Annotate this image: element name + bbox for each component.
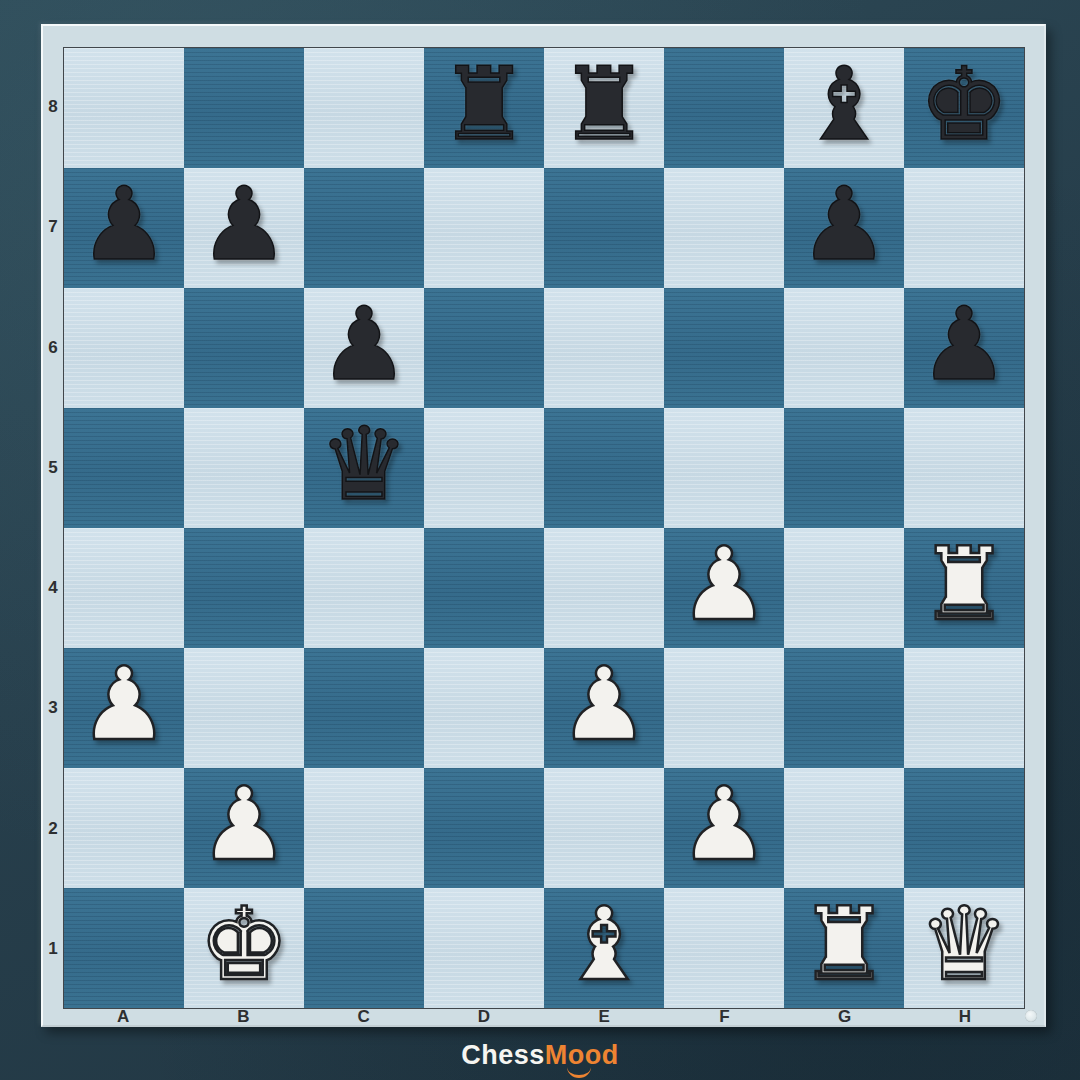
square-e7[interactable] (544, 168, 664, 288)
square-f7[interactable] (664, 168, 784, 288)
square-g8[interactable]: ♝ (784, 48, 904, 168)
white-bishop[interactable]: ♝ (559, 884, 650, 1004)
black-queen[interactable]: ♛ (319, 404, 410, 524)
square-e6[interactable] (544, 288, 664, 408)
square-h7[interactable] (904, 168, 1024, 288)
black-pawn[interactable]: ♟ (199, 164, 290, 284)
file-label-f: F (664, 1009, 784, 1025)
white-pawn[interactable]: ♟ (559, 644, 650, 764)
square-a3[interactable]: ♟ (64, 648, 184, 768)
square-c3[interactable] (304, 648, 424, 768)
file-label-g: G (785, 1009, 905, 1025)
white-rook[interactable]: ♜ (919, 524, 1010, 644)
logo-text-mood: Mood (545, 1040, 619, 1070)
rank-label-1: 1 (43, 889, 63, 1009)
square-f2[interactable]: ♟ (664, 768, 784, 888)
rank-label-3: 3 (43, 648, 63, 768)
logo-smile-icon (567, 1067, 591, 1078)
square-g1[interactable]: ♜ (784, 888, 904, 1008)
board-frame: ♜♜♝♚♟♟♟♟♟♛♟♜♟♟♟♟♚♝♜♛ 87654321 ABCDEFGH (41, 24, 1046, 1027)
black-pawn[interactable]: ♟ (319, 284, 410, 404)
square-h1[interactable]: ♛ (904, 888, 1024, 1008)
rank-label-7: 7 (43, 167, 63, 287)
square-e4[interactable] (544, 528, 664, 648)
rank-label-5: 5 (43, 408, 63, 528)
square-e8[interactable]: ♜ (544, 48, 664, 168)
white-pawn[interactable]: ♟ (79, 644, 170, 764)
white-pawn[interactable]: ♟ (199, 764, 290, 884)
square-d7[interactable] (424, 168, 544, 288)
black-rook[interactable]: ♜ (559, 44, 650, 164)
square-b3[interactable] (184, 648, 304, 768)
square-d2[interactable] (424, 768, 544, 888)
square-f5[interactable] (664, 408, 784, 528)
square-e5[interactable] (544, 408, 664, 528)
square-e1[interactable]: ♝ (544, 888, 664, 1008)
square-f6[interactable] (664, 288, 784, 408)
black-pawn[interactable]: ♟ (919, 284, 1010, 404)
white-queen[interactable]: ♛ (919, 884, 1010, 1004)
square-h6[interactable]: ♟ (904, 288, 1024, 408)
square-a5[interactable] (64, 408, 184, 528)
square-c1[interactable] (304, 888, 424, 1008)
white-king[interactable]: ♚ (199, 884, 290, 1004)
file-label-h: H (905, 1009, 1025, 1025)
square-a2[interactable] (64, 768, 184, 888)
square-g4[interactable] (784, 528, 904, 648)
square-g7[interactable]: ♟ (784, 168, 904, 288)
rank-labels: 87654321 (43, 47, 63, 1009)
rank-label-8: 8 (43, 47, 63, 167)
square-d5[interactable] (424, 408, 544, 528)
square-e2[interactable] (544, 768, 664, 888)
square-a6[interactable] (64, 288, 184, 408)
file-label-d: D (424, 1009, 544, 1025)
square-f4[interactable]: ♟ (664, 528, 784, 648)
square-c6[interactable]: ♟ (304, 288, 424, 408)
square-d1[interactable] (424, 888, 544, 1008)
black-king[interactable]: ♚ (919, 44, 1010, 164)
rank-label-4: 4 (43, 528, 63, 648)
square-a4[interactable] (64, 528, 184, 648)
square-c4[interactable] (304, 528, 424, 648)
square-c7[interactable] (304, 168, 424, 288)
square-h8[interactable]: ♚ (904, 48, 1024, 168)
rank-label-6: 6 (43, 288, 63, 408)
square-b2[interactable]: ♟ (184, 768, 304, 888)
file-label-a: A (63, 1009, 183, 1025)
square-d3[interactable] (424, 648, 544, 768)
square-g5[interactable] (784, 408, 904, 528)
file-label-c: C (304, 1009, 424, 1025)
square-d8[interactable]: ♜ (424, 48, 544, 168)
square-a8[interactable] (64, 48, 184, 168)
square-a1[interactable] (64, 888, 184, 1008)
square-e3[interactable]: ♟ (544, 648, 664, 768)
file-label-e: E (544, 1009, 664, 1025)
square-g3[interactable] (784, 648, 904, 768)
chessmood-logo: ChessMood (0, 1040, 1080, 1076)
square-g2[interactable] (784, 768, 904, 888)
square-f8[interactable] (664, 48, 784, 168)
logo-text-chess: Chess (461, 1040, 545, 1070)
black-pawn[interactable]: ♟ (79, 164, 170, 284)
square-b5[interactable] (184, 408, 304, 528)
square-h2[interactable] (904, 768, 1024, 888)
white-rook[interactable]: ♜ (799, 884, 890, 1004)
file-labels: ABCDEFGH (63, 1009, 1025, 1025)
white-pawn[interactable]: ♟ (679, 764, 770, 884)
square-b4[interactable] (184, 528, 304, 648)
square-c8[interactable] (304, 48, 424, 168)
square-a7[interactable]: ♟ (64, 168, 184, 288)
black-bishop[interactable]: ♝ (799, 44, 890, 164)
square-f1[interactable] (664, 888, 784, 1008)
square-b8[interactable] (184, 48, 304, 168)
square-d6[interactable] (424, 288, 544, 408)
rank-label-2: 2 (43, 769, 63, 889)
square-b1[interactable]: ♚ (184, 888, 304, 1008)
black-pawn[interactable]: ♟ (799, 164, 890, 284)
square-d4[interactable] (424, 528, 544, 648)
square-g6[interactable] (784, 288, 904, 408)
black-rook[interactable]: ♜ (439, 44, 530, 164)
square-b7[interactable]: ♟ (184, 168, 304, 288)
square-c2[interactable] (304, 768, 424, 888)
chess-board[interactable]: ♜♜♝♚♟♟♟♟♟♛♟♜♟♟♟♟♚♝♜♛ (63, 47, 1025, 1009)
square-h4[interactable]: ♜ (904, 528, 1024, 648)
square-h3[interactable] (904, 648, 1024, 768)
square-c5[interactable]: ♛ (304, 408, 424, 528)
file-label-b: B (183, 1009, 303, 1025)
square-f3[interactable] (664, 648, 784, 768)
square-b6[interactable] (184, 288, 304, 408)
white-pawn[interactable]: ♟ (679, 524, 770, 644)
board-corner-button[interactable] (1025, 1010, 1037, 1022)
square-h5[interactable] (904, 408, 1024, 528)
